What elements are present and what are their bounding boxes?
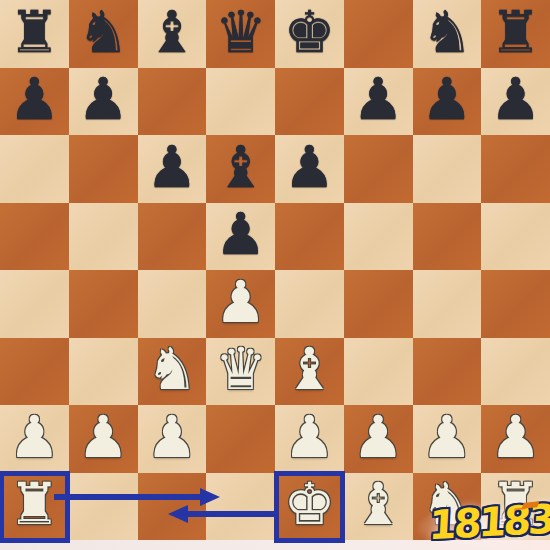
castling-arrow-rook-head: [200, 488, 220, 506]
square-g2[interactable]: ♟: [413, 405, 482, 473]
square-c4[interactable]: [138, 270, 207, 338]
piece-black-bishop: ♝: [146, 3, 198, 61]
square-a3[interactable]: [0, 338, 69, 406]
piece-black-knight: ♞: [77, 3, 129, 61]
square-h4[interactable]: [481, 270, 550, 338]
square-g4[interactable]: [413, 270, 482, 338]
piece-white-bishop: ♝: [283, 340, 335, 398]
square-c8[interactable]: ♝: [138, 0, 207, 68]
piece-white-pawn: ♟: [8, 408, 60, 466]
piece-black-pawn: ♟: [490, 70, 542, 128]
square-c6[interactable]: ♟: [138, 135, 207, 203]
square-g3[interactable]: [413, 338, 482, 406]
square-b7[interactable]: ♟: [69, 68, 138, 136]
square-e1[interactable]: ♚: [275, 473, 344, 541]
piece-black-king: ♚: [283, 3, 335, 61]
square-f2[interactable]: ♟: [344, 405, 413, 473]
piece-black-knight: ♞: [421, 3, 473, 61]
piece-white-pawn: ♟: [490, 408, 542, 466]
square-c5[interactable]: [138, 203, 207, 271]
square-d3[interactable]: ♛: [206, 338, 275, 406]
square-c2[interactable]: ♟: [138, 405, 207, 473]
square-f6[interactable]: [344, 135, 413, 203]
piece-white-rook: ♜: [8, 475, 60, 533]
square-e3[interactable]: ♝: [275, 338, 344, 406]
square-h8[interactable]: ♜: [481, 0, 550, 68]
chess-board: ♜♞♝♛♚♞♜♟♟♟♟♟♟♝♟♟♟♞♛♝♟♟♟♟♟♟♟♜♚♝♞♜: [0, 0, 550, 540]
piece-black-pawn: ♟: [146, 138, 198, 196]
square-d4[interactable]: ♟: [206, 270, 275, 338]
square-e4[interactable]: [275, 270, 344, 338]
castling-arrow-king-line: [188, 511, 274, 517]
square-b8[interactable]: ♞: [69, 0, 138, 68]
square-a4[interactable]: [0, 270, 69, 338]
piece-black-pawn: ♟: [215, 205, 267, 263]
square-g6[interactable]: [413, 135, 482, 203]
square-f4[interactable]: [344, 270, 413, 338]
square-d6[interactable]: ♝: [206, 135, 275, 203]
piece-black-pawn: ♟: [421, 70, 473, 128]
square-a1[interactable]: ♜: [0, 473, 69, 541]
square-d7[interactable]: [206, 68, 275, 136]
square-g8[interactable]: ♞: [413, 0, 482, 68]
piece-white-pawn: ♟: [77, 408, 129, 466]
piece-white-pawn: ♟: [283, 408, 335, 466]
square-f1[interactable]: ♝: [344, 473, 413, 541]
square-g5[interactable]: [413, 203, 482, 271]
square-f3[interactable]: [344, 338, 413, 406]
square-c3[interactable]: ♞: [138, 338, 207, 406]
square-d8[interactable]: ♛: [206, 0, 275, 68]
square-e2[interactable]: ♟: [275, 405, 344, 473]
square-e6[interactable]: ♟: [275, 135, 344, 203]
piece-white-king: ♚: [283, 475, 335, 533]
square-e7[interactable]: [275, 68, 344, 136]
piece-white-pawn: ♟: [421, 408, 473, 466]
square-h3[interactable]: [481, 338, 550, 406]
square-b1[interactable]: [69, 473, 138, 541]
piece-black-queen: ♛: [215, 3, 267, 61]
square-h2[interactable]: ♟: [481, 405, 550, 473]
square-h6[interactable]: [481, 135, 550, 203]
square-f7[interactable]: ♟: [344, 68, 413, 136]
piece-white-pawn: ♟: [215, 273, 267, 331]
castling-arrow-king-head: [168, 505, 188, 523]
square-g7[interactable]: ♟: [413, 68, 482, 136]
square-h7[interactable]: ♟: [481, 68, 550, 136]
square-a7[interactable]: ♟: [0, 68, 69, 136]
square-b5[interactable]: [69, 203, 138, 271]
square-e5[interactable]: [275, 203, 344, 271]
square-f8[interactable]: [344, 0, 413, 68]
square-a6[interactable]: [0, 135, 69, 203]
piece-white-pawn: ♟: [352, 408, 404, 466]
piece-white-pawn: ♟: [146, 408, 198, 466]
square-b4[interactable]: [69, 270, 138, 338]
piece-black-pawn: ♟: [8, 70, 60, 128]
castling-arrow-rook-line: [54, 494, 202, 500]
piece-black-rook: ♜: [490, 3, 542, 61]
piece-white-queen: ♛: [215, 340, 267, 398]
piece-black-bishop: ♝: [215, 138, 267, 196]
piece-white-knight: ♞: [146, 340, 198, 398]
square-a2[interactable]: ♟: [0, 405, 69, 473]
piece-black-rook: ♜: [8, 3, 60, 61]
piece-black-pawn: ♟: [77, 70, 129, 128]
square-b2[interactable]: ♟: [69, 405, 138, 473]
chess-board-screenshot: ♜♞♝♛♚♞♜♟♟♟♟♟♟♝♟♟♟♞♛♝♟♟♟♟♟♟♟♜♚♝♞♜ 18183: [0, 0, 550, 550]
square-d1[interactable]: [206, 473, 275, 541]
square-a5[interactable]: [0, 203, 69, 271]
piece-black-pawn: ♟: [283, 138, 335, 196]
square-e8[interactable]: ♚: [275, 0, 344, 68]
square-b6[interactable]: [69, 135, 138, 203]
square-d2[interactable]: [206, 405, 275, 473]
square-f5[interactable]: [344, 203, 413, 271]
square-c7[interactable]: [138, 68, 207, 136]
square-a8[interactable]: ♜: [0, 0, 69, 68]
square-d5[interactable]: ♟: [206, 203, 275, 271]
square-h5[interactable]: [481, 203, 550, 271]
piece-white-bishop: ♝: [352, 475, 404, 533]
piece-black-pawn: ♟: [352, 70, 404, 128]
square-b3[interactable]: [69, 338, 138, 406]
